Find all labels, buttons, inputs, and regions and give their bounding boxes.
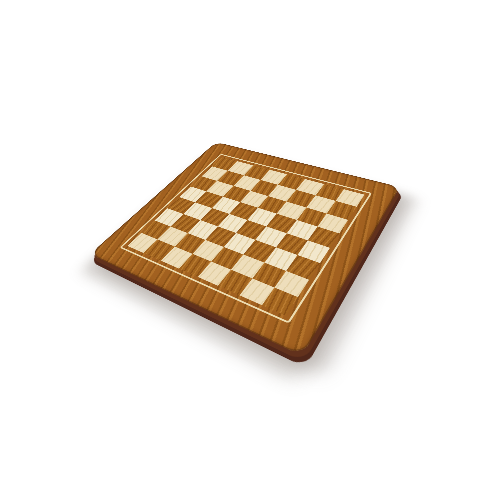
chess-board [90,142,400,356]
board-grid [127,157,364,316]
product-photo-background [0,0,500,500]
